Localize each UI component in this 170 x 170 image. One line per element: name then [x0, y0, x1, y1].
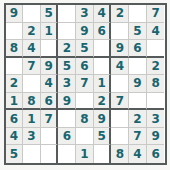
sudoku-cell-r9c7[interactable]: 8: [111, 145, 129, 163]
sudoku-cell-r2c4[interactable]: [58, 23, 76, 41]
sudoku-cell-r3c7[interactable]: 9: [111, 40, 129, 58]
sudoku-cell-r8c7[interactable]: [111, 128, 129, 146]
sudoku-cell-r4c4[interactable]: 5: [58, 58, 76, 76]
sudoku-cell-r8c4[interactable]: 6: [58, 128, 76, 146]
sudoku-cell-r7c7[interactable]: [111, 110, 129, 128]
sudoku-cell-r1c6[interactable]: 4: [94, 5, 112, 23]
sudoku-cell-r9c9[interactable]: 6: [147, 145, 165, 163]
sudoku-cell-r3c3[interactable]: [41, 40, 59, 58]
sudoku-cell-r7c3[interactable]: 7: [41, 110, 59, 128]
sudoku-cell-r8c8[interactable]: 7: [129, 128, 147, 146]
sudoku-cell-r1c5[interactable]: 3: [76, 5, 94, 23]
sudoku-cell-r2c9[interactable]: 4: [147, 23, 165, 41]
sudoku-cell-r6c7[interactable]: 7: [111, 93, 129, 111]
sudoku-cell-r2c1[interactable]: [6, 23, 24, 41]
sudoku-cell-r1c1[interactable]: 9: [6, 5, 24, 23]
sudoku-cell-r3c6[interactable]: [94, 40, 112, 58]
sudoku-cell-r4c3[interactable]: 9: [41, 58, 59, 76]
sudoku-cell-r6c6[interactable]: 2: [94, 93, 112, 111]
sudoku-cell-r2c5[interactable]: 9: [76, 23, 94, 41]
sudoku-cell-r2c6[interactable]: 6: [94, 23, 112, 41]
sudoku-cell-r9c6[interactable]: [94, 145, 112, 163]
sudoku-cell-r5c7[interactable]: [111, 75, 129, 93]
sudoku-board: 9534272196548425967956422437198186927617…: [4, 3, 167, 165]
sudoku-cell-r6c5[interactable]: [76, 93, 94, 111]
sudoku-cell-r5c9[interactable]: 8: [147, 75, 165, 93]
sudoku-cell-r9c1[interactable]: 5: [6, 145, 24, 163]
sudoku-cell-r7c6[interactable]: 9: [94, 110, 112, 128]
sudoku-cell-r7c2[interactable]: 1: [23, 110, 41, 128]
sudoku-cell-r1c7[interactable]: 2: [111, 5, 129, 23]
sudoku-cell-r2c3[interactable]: 1: [41, 23, 59, 41]
sudoku-cell-r5c4[interactable]: 3: [58, 75, 76, 93]
sudoku-cell-r8c2[interactable]: 3: [23, 128, 41, 146]
sudoku-cell-r2c7[interactable]: [111, 23, 129, 41]
sudoku-cell-r5c5[interactable]: 7: [76, 75, 94, 93]
sudoku-cell-r6c8[interactable]: [129, 93, 147, 111]
sudoku-cell-r8c5[interactable]: [76, 128, 94, 146]
sudoku-cell-r8c6[interactable]: 5: [94, 128, 112, 146]
sudoku-cell-r7c8[interactable]: 2: [129, 110, 147, 128]
sudoku-cell-r1c9[interactable]: 7: [147, 5, 165, 23]
sudoku-cell-r1c2[interactable]: [23, 5, 41, 23]
sudoku-cell-r7c5[interactable]: 8: [76, 110, 94, 128]
sudoku-cell-r7c1[interactable]: 6: [6, 110, 24, 128]
sudoku-cell-r5c2[interactable]: [23, 75, 41, 93]
sudoku-cell-r3c2[interactable]: 4: [23, 40, 41, 58]
sudoku-cell-r1c4[interactable]: [58, 5, 76, 23]
sudoku-cell-r3c9[interactable]: [147, 40, 165, 58]
sudoku-cell-r9c2[interactable]: [23, 145, 41, 163]
sudoku-cell-r3c5[interactable]: 5: [76, 40, 94, 58]
sudoku-cell-r6c4[interactable]: 9: [58, 93, 76, 111]
sudoku-cell-r7c4[interactable]: [58, 110, 76, 128]
sudoku-cell-r8c1[interactable]: 4: [6, 128, 24, 146]
sudoku-cell-r4c5[interactable]: 6: [76, 58, 94, 76]
sudoku-cell-r3c8[interactable]: 6: [129, 40, 147, 58]
sudoku-cell-r5c6[interactable]: 1: [94, 75, 112, 93]
sudoku-cell-r4c2[interactable]: 7: [23, 58, 41, 76]
sudoku-cell-r4c6[interactable]: [94, 58, 112, 76]
sudoku-cell-r6c1[interactable]: 1: [6, 93, 24, 111]
sudoku-cell-r8c3[interactable]: [41, 128, 59, 146]
sudoku-cell-r3c1[interactable]: 8: [6, 40, 24, 58]
sudoku-cell-r4c8[interactable]: [129, 58, 147, 76]
sudoku-cell-r9c8[interactable]: 4: [129, 145, 147, 163]
sudoku-cell-r9c3[interactable]: [41, 145, 59, 163]
sudoku-cell-r4c1[interactable]: [6, 58, 24, 76]
sudoku-cell-r4c9[interactable]: 2: [147, 58, 165, 76]
sudoku-cell-r6c9[interactable]: [147, 93, 165, 111]
sudoku-cell-r9c5[interactable]: 1: [76, 145, 94, 163]
sudoku-cell-r1c3[interactable]: 5: [41, 5, 59, 23]
sudoku-cell-r6c3[interactable]: 6: [41, 93, 59, 111]
sudoku-page: 9534272196548425967956422437198186927617…: [0, 0, 170, 170]
sudoku-cell-r2c2[interactable]: 2: [23, 23, 41, 41]
sudoku-cell-r3c4[interactable]: 2: [58, 40, 76, 58]
sudoku-cell-r5c1[interactable]: 2: [6, 75, 24, 93]
sudoku-cell-r2c8[interactable]: 5: [129, 23, 147, 41]
sudoku-cell-r6c2[interactable]: 8: [23, 93, 41, 111]
sudoku-cell-r4c7[interactable]: 4: [111, 58, 129, 76]
sudoku-cell-r7c9[interactable]: 3: [147, 110, 165, 128]
sudoku-cell-r8c9[interactable]: 9: [147, 128, 165, 146]
sudoku-cell-r5c3[interactable]: 4: [41, 75, 59, 93]
sudoku-cell-r9c4[interactable]: [58, 145, 76, 163]
sudoku-cell-r1c8[interactable]: [129, 5, 147, 23]
sudoku-cell-r5c8[interactable]: 9: [129, 75, 147, 93]
